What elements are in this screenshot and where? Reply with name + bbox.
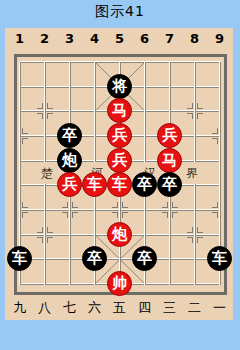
piece-black-卒[interactable]: 卒 [132, 172, 157, 197]
piece-red-兵[interactable]: 兵 [57, 172, 82, 197]
coordinate-label: 八 [32, 299, 57, 317]
file-labels-bottom: 九八七六五四三二一 [7, 299, 232, 317]
piece-red-马[interactable]: 马 [157, 148, 182, 173]
piece-red-马[interactable]: 马 [107, 98, 132, 123]
coordinate-label: 8 [182, 31, 207, 46]
pieces-grid: 将马卒兵兵炮兵马兵车车卒卒炮车卒卒车帅 [7, 49, 232, 296]
piece-black-车[interactable]: 车 [7, 246, 32, 271]
coordinate-label: 7 [157, 31, 182, 46]
piece-black-卒[interactable]: 卒 [82, 246, 107, 271]
coordinate-label: 四 [132, 299, 157, 317]
coordinate-label: 一 [207, 299, 232, 317]
coordinate-label: 七 [57, 299, 82, 317]
xiangqi-board: 123456789 楚河汉界 将马卒兵兵炮兵马兵车车卒卒炮车卒卒车帅 九八七六五… [5, 28, 233, 320]
coordinate-label: 六 [82, 299, 107, 317]
file-labels-top: 123456789 [7, 31, 232, 46]
coordinate-label: 6 [132, 31, 157, 46]
coordinate-label: 1 [7, 31, 32, 46]
coordinate-label: 五 [107, 299, 132, 317]
piece-red-车[interactable]: 车 [107, 172, 132, 197]
piece-black-卒[interactable]: 卒 [157, 172, 182, 197]
coordinate-label: 2 [32, 31, 57, 46]
piece-black-卒[interactable]: 卒 [132, 246, 157, 271]
piece-black-将[interactable]: 将 [107, 74, 132, 99]
piece-red-兵[interactable]: 兵 [107, 123, 132, 148]
coordinate-label: 5 [107, 31, 132, 46]
page-title: 图示41 [0, 3, 240, 21]
piece-red-帅[interactable]: 帅 [107, 271, 132, 296]
coordinate-label: 三 [157, 299, 182, 317]
piece-red-兵[interactable]: 兵 [157, 123, 182, 148]
piece-red-炮[interactable]: 炮 [107, 222, 132, 247]
coordinate-label: 九 [7, 299, 32, 317]
piece-red-车[interactable]: 车 [82, 172, 107, 197]
piece-black-卒[interactable]: 卒 [57, 123, 82, 148]
piece-black-炮[interactable]: 炮 [57, 148, 82, 173]
coordinate-label: 二 [182, 299, 207, 317]
piece-black-车[interactable]: 车 [207, 246, 232, 271]
coordinate-label: 4 [82, 31, 107, 46]
coordinate-label: 3 [57, 31, 82, 46]
coordinate-label: 9 [207, 31, 232, 46]
piece-red-兵[interactable]: 兵 [107, 148, 132, 173]
